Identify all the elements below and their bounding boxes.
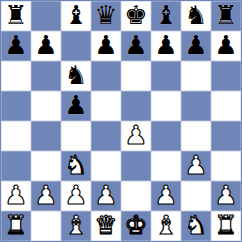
square-h6[interactable] — [211, 61, 241, 91]
square-c1[interactable]: ♝ — [61, 211, 91, 241]
piece-white-rook[interactable]: ♜ — [1, 211, 31, 241]
square-d6[interactable] — [91, 61, 121, 91]
piece-black-king[interactable]: ♚ — [121, 1, 151, 31]
square-a7[interactable]: ♟ — [1, 31, 31, 61]
square-b2[interactable]: ♟ — [31, 181, 61, 211]
square-e4[interactable]: ♟ — [121, 121, 151, 151]
chess-board: ♜♝♛♚♝♞♜♟♟♟♟♟♟♟♞♟♟♞♟♟♟♟♟♟♟♜♝♛♚♝♞♜ — [0, 0, 242, 242]
square-g1[interactable]: ♞ — [181, 211, 211, 241]
square-b4[interactable] — [31, 121, 61, 151]
square-a5[interactable] — [1, 91, 31, 121]
square-b7[interactable]: ♟ — [31, 31, 61, 61]
piece-white-pawn[interactable]: ♟ — [121, 121, 151, 151]
square-g2[interactable] — [181, 181, 211, 211]
square-c2[interactable]: ♟ — [61, 181, 91, 211]
chess-board-container: ♜♝♛♚♝♞♜♟♟♟♟♟♟♟♞♟♟♞♟♟♟♟♟♟♟♜♝♛♚♝♞♜ — [0, 0, 242, 242]
square-g3[interactable]: ♟ — [181, 151, 211, 181]
piece-white-pawn[interactable]: ♟ — [31, 181, 61, 211]
square-h3[interactable] — [211, 151, 241, 181]
piece-white-pawn[interactable]: ♟ — [1, 181, 31, 211]
square-g5[interactable] — [181, 91, 211, 121]
square-f1[interactable]: ♝ — [151, 211, 181, 241]
square-e5[interactable] — [121, 91, 151, 121]
square-c3[interactable]: ♞ — [61, 151, 91, 181]
piece-white-pawn[interactable]: ♟ — [61, 181, 91, 211]
piece-black-rook[interactable]: ♜ — [1, 1, 31, 31]
square-d8[interactable]: ♛ — [91, 1, 121, 31]
piece-black-bishop[interactable]: ♝ — [151, 1, 181, 31]
square-e8[interactable]: ♚ — [121, 1, 151, 31]
square-e1[interactable]: ♚ — [121, 211, 151, 241]
piece-white-bishop[interactable]: ♝ — [151, 211, 181, 241]
piece-black-pawn[interactable]: ♟ — [31, 31, 61, 61]
square-f2[interactable]: ♟ — [151, 181, 181, 211]
square-c7[interactable] — [61, 31, 91, 61]
square-d2[interactable]: ♟ — [91, 181, 121, 211]
piece-black-pawn[interactable]: ♟ — [151, 31, 181, 61]
square-b1[interactable] — [31, 211, 61, 241]
piece-white-queen[interactable]: ♛ — [91, 211, 121, 241]
square-f4[interactable] — [151, 121, 181, 151]
square-e2[interactable] — [121, 181, 151, 211]
square-b3[interactable] — [31, 151, 61, 181]
square-h8[interactable]: ♜ — [211, 1, 241, 31]
piece-white-knight[interactable]: ♞ — [181, 211, 211, 241]
piece-black-rook[interactable]: ♜ — [211, 1, 241, 31]
piece-white-pawn[interactable]: ♟ — [91, 181, 121, 211]
piece-white-pawn[interactable]: ♟ — [151, 181, 181, 211]
piece-black-knight[interactable]: ♞ — [181, 1, 211, 31]
square-c4[interactable] — [61, 121, 91, 151]
piece-black-knight[interactable]: ♞ — [61, 61, 91, 91]
square-h7[interactable]: ♟ — [211, 31, 241, 61]
square-g4[interactable] — [181, 121, 211, 151]
square-h1[interactable]: ♜ — [211, 211, 241, 241]
square-d1[interactable]: ♛ — [91, 211, 121, 241]
piece-black-pawn[interactable]: ♟ — [91, 31, 121, 61]
piece-black-pawn[interactable]: ♟ — [1, 31, 31, 61]
square-b5[interactable] — [31, 91, 61, 121]
piece-black-pawn[interactable]: ♟ — [211, 31, 241, 61]
piece-white-king[interactable]: ♚ — [121, 211, 151, 241]
square-e3[interactable] — [121, 151, 151, 181]
square-d4[interactable] — [91, 121, 121, 151]
square-f8[interactable]: ♝ — [151, 1, 181, 31]
square-h4[interactable] — [211, 121, 241, 151]
piece-white-knight[interactable]: ♞ — [61, 151, 91, 181]
square-c5[interactable]: ♟ — [61, 91, 91, 121]
square-h2[interactable]: ♟ — [211, 181, 241, 211]
square-d5[interactable] — [91, 91, 121, 121]
piece-black-queen[interactable]: ♛ — [91, 1, 121, 31]
square-a4[interactable] — [1, 121, 31, 151]
piece-white-pawn[interactable]: ♟ — [181, 151, 211, 181]
piece-black-pawn[interactable]: ♟ — [121, 31, 151, 61]
square-a1[interactable]: ♜ — [1, 211, 31, 241]
square-a2[interactable]: ♟ — [1, 181, 31, 211]
piece-black-pawn[interactable]: ♟ — [181, 31, 211, 61]
square-f5[interactable] — [151, 91, 181, 121]
square-f7[interactable]: ♟ — [151, 31, 181, 61]
square-h5[interactable] — [211, 91, 241, 121]
piece-white-rook[interactable]: ♜ — [211, 211, 241, 241]
square-e6[interactable] — [121, 61, 151, 91]
square-c8[interactable]: ♝ — [61, 1, 91, 31]
square-f3[interactable] — [151, 151, 181, 181]
square-b8[interactable] — [31, 1, 61, 31]
piece-white-pawn[interactable]: ♟ — [211, 181, 241, 211]
square-g8[interactable]: ♞ — [181, 1, 211, 31]
square-g6[interactable] — [181, 61, 211, 91]
square-f6[interactable] — [151, 61, 181, 91]
square-a6[interactable] — [1, 61, 31, 91]
square-g7[interactable]: ♟ — [181, 31, 211, 61]
square-a3[interactable] — [1, 151, 31, 181]
square-e7[interactable]: ♟ — [121, 31, 151, 61]
piece-black-pawn[interactable]: ♟ — [61, 91, 91, 121]
square-b6[interactable] — [31, 61, 61, 91]
square-d3[interactable] — [91, 151, 121, 181]
piece-black-bishop[interactable]: ♝ — [61, 1, 91, 31]
square-a8[interactable]: ♜ — [1, 1, 31, 31]
piece-white-bishop[interactable]: ♝ — [61, 211, 91, 241]
square-c6[interactable]: ♞ — [61, 61, 91, 91]
square-d7[interactable]: ♟ — [91, 31, 121, 61]
